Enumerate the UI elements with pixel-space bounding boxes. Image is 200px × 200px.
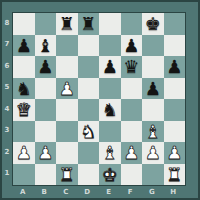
- square-f4[interactable]: [121, 99, 143, 121]
- square-c8[interactable]: ♜: [56, 13, 78, 35]
- square-b3[interactable]: [35, 121, 57, 143]
- square-a5[interactable]: ♞: [13, 78, 35, 100]
- square-h3[interactable]: [164, 121, 186, 143]
- white-pawn-g2[interactable]: ♟: [145, 142, 161, 164]
- square-d5[interactable]: [78, 78, 100, 100]
- square-g3[interactable]: ♝: [142, 121, 164, 143]
- square-e3[interactable]: [99, 121, 121, 143]
- white-pawn-h2[interactable]: ♟: [166, 142, 182, 164]
- chess-diagram-frame: 87654321 ♜♜♚♟♝♟♟♟♛♟♞♟♟♛♞♞♝♟♟♝♟♟♟♜♚♜ ABCD…: [0, 0, 200, 200]
- square-b1[interactable]: [35, 164, 57, 186]
- square-g6[interactable]: [142, 56, 164, 78]
- file-label-h: H: [163, 185, 185, 198]
- square-b8[interactable]: [35, 13, 57, 35]
- square-a3[interactable]: [13, 121, 35, 143]
- square-f7[interactable]: ♟: [121, 35, 143, 57]
- rank-labels: 87654321: [2, 12, 12, 184]
- square-a8[interactable]: [13, 13, 35, 35]
- chess-board: ♜♜♚♟♝♟♟♟♛♟♞♟♟♛♞♞♝♟♟♝♟♟♟♜♚♜: [12, 12, 186, 186]
- square-c4[interactable]: [56, 99, 78, 121]
- file-label-c: C: [55, 185, 77, 198]
- file-label-a: A: [12, 185, 34, 198]
- rank-label-4: 4: [2, 98, 12, 120]
- square-e2[interactable]: ♝: [99, 142, 121, 164]
- square-e6[interactable]: ♟: [99, 56, 121, 78]
- file-label-b: B: [34, 185, 56, 198]
- white-king-e1[interactable]: ♚: [102, 164, 118, 186]
- black-knight-a5[interactable]: ♞: [16, 78, 32, 100]
- square-a2[interactable]: ♟: [13, 142, 35, 164]
- square-g4[interactable]: [142, 99, 164, 121]
- white-rook-c1[interactable]: ♜: [59, 164, 75, 186]
- black-pawn-g5[interactable]: ♟: [145, 78, 161, 100]
- black-rook-d8[interactable]: ♜: [80, 13, 96, 35]
- square-b7[interactable]: ♝: [35, 35, 57, 57]
- square-a1[interactable]: [13, 164, 35, 186]
- square-d2[interactable]: [78, 142, 100, 164]
- square-h4[interactable]: [164, 99, 186, 121]
- black-pawn-e6[interactable]: ♟: [102, 56, 118, 78]
- black-bishop-b7[interactable]: ♝: [37, 35, 53, 57]
- file-label-g: G: [141, 185, 163, 198]
- square-b2[interactable]: ♟: [35, 142, 57, 164]
- square-c7[interactable]: [56, 35, 78, 57]
- black-queen-f6[interactable]: ♛: [123, 56, 139, 78]
- square-g1[interactable]: [142, 164, 164, 186]
- white-queen-a4[interactable]: ♛: [16, 99, 32, 121]
- rank-label-7: 7: [2, 34, 12, 56]
- square-a4[interactable]: ♛: [13, 99, 35, 121]
- file-label-e: E: [98, 185, 120, 198]
- square-c3[interactable]: [56, 121, 78, 143]
- square-a6[interactable]: [13, 56, 35, 78]
- white-pawn-b2[interactable]: ♟: [37, 142, 53, 164]
- square-e8[interactable]: [99, 13, 121, 35]
- square-f5[interactable]: [121, 78, 143, 100]
- square-f6[interactable]: ♛: [121, 56, 143, 78]
- square-c5[interactable]: ♟: [56, 78, 78, 100]
- square-b4[interactable]: [35, 99, 57, 121]
- square-h5[interactable]: [164, 78, 186, 100]
- square-h8[interactable]: [164, 13, 186, 35]
- square-d8[interactable]: ♜: [78, 13, 100, 35]
- rank-label-2: 2: [2, 141, 12, 163]
- square-d6[interactable]: [78, 56, 100, 78]
- black-pawn-b6[interactable]: ♟: [37, 56, 53, 78]
- white-bishop-g3[interactable]: ♝: [145, 121, 161, 143]
- square-f2[interactable]: ♟: [121, 142, 143, 164]
- rank-label-6: 6: [2, 55, 12, 77]
- file-labels: ABCDEFGH: [12, 185, 184, 198]
- white-rook-h1[interactable]: ♜: [166, 164, 182, 186]
- white-bishop-e2[interactable]: ♝: [102, 142, 118, 164]
- rank-label-1: 1: [2, 163, 12, 185]
- square-g7[interactable]: [142, 35, 164, 57]
- square-e5[interactable]: [99, 78, 121, 100]
- square-d7[interactable]: [78, 35, 100, 57]
- square-c1[interactable]: ♜: [56, 164, 78, 186]
- square-d4[interactable]: [78, 99, 100, 121]
- square-h1[interactable]: ♜: [164, 164, 186, 186]
- file-label-d: D: [77, 185, 99, 198]
- square-c6[interactable]: [56, 56, 78, 78]
- white-knight-d3[interactable]: ♞: [80, 121, 96, 143]
- square-e7[interactable]: [99, 35, 121, 57]
- square-b5[interactable]: [35, 78, 57, 100]
- black-king-g8[interactable]: ♚: [145, 13, 161, 35]
- square-f8[interactable]: [121, 13, 143, 35]
- square-d3[interactable]: ♞: [78, 121, 100, 143]
- file-label-f: F: [120, 185, 142, 198]
- square-f3[interactable]: [121, 121, 143, 143]
- square-e1[interactable]: ♚: [99, 164, 121, 186]
- square-g5[interactable]: ♟: [142, 78, 164, 100]
- square-f1[interactable]: [121, 164, 143, 186]
- square-b6[interactable]: ♟: [35, 56, 57, 78]
- black-pawn-f7[interactable]: ♟: [123, 35, 139, 57]
- square-a7[interactable]: ♟: [13, 35, 35, 57]
- black-pawn-a7[interactable]: ♟: [16, 35, 32, 57]
- square-e4[interactable]: ♞: [99, 99, 121, 121]
- black-rook-c8[interactable]: ♜: [59, 13, 75, 35]
- rank-label-5: 5: [2, 77, 12, 99]
- rank-label-8: 8: [2, 12, 12, 34]
- square-d1[interactable]: [78, 164, 100, 186]
- black-knight-e4[interactable]: ♞: [102, 99, 118, 121]
- black-pawn-h6[interactable]: ♟: [166, 56, 182, 78]
- square-h2[interactable]: ♟: [164, 142, 186, 164]
- white-pawn-f2[interactable]: ♟: [123, 142, 139, 164]
- square-g8[interactable]: ♚: [142, 13, 164, 35]
- square-h7[interactable]: [164, 35, 186, 57]
- rank-label-3: 3: [2, 120, 12, 142]
- white-pawn-c5[interactable]: ♟: [59, 78, 75, 100]
- white-pawn-a2[interactable]: ♟: [16, 142, 32, 164]
- square-h6[interactable]: ♟: [164, 56, 186, 78]
- square-c2[interactable]: [56, 142, 78, 164]
- square-g2[interactable]: ♟: [142, 142, 164, 164]
